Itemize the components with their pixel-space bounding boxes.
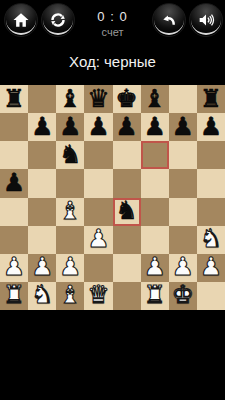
piece-white-k[interactable]: ♚ (172, 282, 194, 307)
piece-white-p[interactable]: ♟ (31, 254, 53, 279)
piece-black-b[interactable]: ♝ (59, 86, 81, 111)
square-h7[interactable]: ♟ (197, 113, 225, 141)
square-a3[interactable] (0, 226, 28, 254)
square-h4[interactable] (197, 198, 225, 226)
undo-button[interactable] (152, 3, 186, 37)
piece-white-p[interactable]: ♟ (59, 254, 81, 279)
piece-white-r[interactable]: ♜ (3, 282, 25, 307)
square-c8[interactable]: ♝ (56, 85, 84, 113)
piece-white-p[interactable]: ♟ (87, 226, 109, 251)
piece-black-p[interactable]: ♟ (3, 170, 25, 195)
square-c5[interactable] (56, 169, 84, 197)
sound-button[interactable] (189, 3, 223, 37)
square-f8[interactable]: ♝ (141, 85, 169, 113)
score-value: 0 : 0 (80, 9, 145, 24)
square-f2[interactable]: ♟ (141, 254, 169, 282)
square-b6[interactable] (28, 141, 56, 169)
square-g5[interactable] (169, 169, 197, 197)
piece-white-q[interactable]: ♛ (87, 282, 109, 307)
piece-black-k[interactable]: ♚ (115, 86, 137, 111)
top-bar: 0 : 0 счет (0, 0, 225, 44)
piece-black-b[interactable]: ♝ (143, 86, 165, 111)
piece-black-p[interactable]: ♟ (31, 114, 53, 139)
square-d3[interactable]: ♟ (84, 226, 112, 254)
square-b4[interactable] (28, 198, 56, 226)
square-e3[interactable] (113, 226, 141, 254)
square-e4[interactable]: ♞ (113, 198, 141, 226)
square-f5[interactable] (141, 169, 169, 197)
piece-white-n[interactable]: ♞ (200, 226, 222, 251)
piece-black-p[interactable]: ♟ (115, 114, 137, 139)
square-h3[interactable]: ♞ (197, 226, 225, 254)
square-b5[interactable] (28, 169, 56, 197)
restart-icon (49, 11, 68, 30)
square-c6[interactable]: ♞ (56, 141, 84, 169)
square-b7[interactable]: ♟ (28, 113, 56, 141)
square-a8[interactable]: ♜ (0, 85, 28, 113)
square-b8[interactable] (28, 85, 56, 113)
home-button[interactable] (4, 3, 38, 37)
square-h1[interactable] (197, 282, 225, 310)
square-h8[interactable]: ♜ (197, 85, 225, 113)
square-a7[interactable] (0, 113, 28, 141)
square-e2[interactable] (113, 254, 141, 282)
square-d2[interactable] (84, 254, 112, 282)
square-f3[interactable] (141, 226, 169, 254)
square-d1[interactable]: ♛ (84, 282, 112, 310)
square-e6[interactable] (113, 141, 141, 169)
square-e7[interactable]: ♟ (113, 113, 141, 141)
square-f1[interactable]: ♜ (141, 282, 169, 310)
square-a4[interactable] (0, 198, 28, 226)
piece-white-p[interactable]: ♟ (143, 254, 165, 279)
home-icon (12, 11, 30, 29)
square-e5[interactable] (113, 169, 141, 197)
square-a2[interactable]: ♟ (0, 254, 28, 282)
piece-black-n[interactable]: ♞ (115, 198, 137, 223)
square-h5[interactable] (197, 169, 225, 197)
square-b3[interactable] (28, 226, 56, 254)
piece-black-p[interactable]: ♟ (172, 114, 194, 139)
square-b2[interactable]: ♟ (28, 254, 56, 282)
square-g8[interactable] (169, 85, 197, 113)
square-d8[interactable]: ♛ (84, 85, 112, 113)
square-a6[interactable] (0, 141, 28, 169)
square-b1[interactable]: ♞ (28, 282, 56, 310)
square-c7[interactable]: ♟ (56, 113, 84, 141)
piece-black-r[interactable]: ♜ (3, 86, 25, 111)
piece-black-r[interactable]: ♜ (200, 86, 222, 111)
square-f7[interactable]: ♟ (141, 113, 169, 141)
square-d6[interactable] (84, 141, 112, 169)
chess-board: ♜♝♛♚♝♜♟♟♟♟♟♟♟♞♟♝♞♟♞♟♟♟♟♟♟♜♞♝♛♜♚ (0, 85, 225, 310)
piece-black-p[interactable]: ♟ (59, 114, 81, 139)
square-f6[interactable] (141, 141, 169, 169)
square-c2[interactable]: ♟ (56, 254, 84, 282)
restart-button[interactable] (41, 3, 75, 37)
piece-white-b[interactable]: ♝ (59, 282, 81, 307)
piece-black-p[interactable]: ♟ (87, 114, 109, 139)
piece-white-p[interactable]: ♟ (200, 254, 222, 279)
turn-indicator: Ход: черные (0, 53, 225, 70)
square-d7[interactable]: ♟ (84, 113, 112, 141)
piece-white-r[interactable]: ♜ (143, 282, 165, 307)
square-c3[interactable] (56, 226, 84, 254)
piece-white-b[interactable]: ♝ (59, 198, 81, 223)
square-g4[interactable] (169, 198, 197, 226)
square-e1[interactable] (113, 282, 141, 310)
score-label: счет (80, 26, 145, 38)
square-e8[interactable]: ♚ (113, 85, 141, 113)
square-g1[interactable]: ♚ (169, 282, 197, 310)
piece-white-n[interactable]: ♞ (31, 282, 53, 307)
piece-white-p[interactable]: ♟ (172, 254, 194, 279)
square-g2[interactable]: ♟ (169, 254, 197, 282)
square-a5[interactable]: ♟ (0, 169, 28, 197)
square-g3[interactable] (169, 226, 197, 254)
square-d5[interactable] (84, 169, 112, 197)
piece-black-n[interactable]: ♞ (59, 142, 81, 167)
piece-black-p[interactable]: ♟ (143, 114, 165, 139)
piece-black-q[interactable]: ♛ (87, 86, 109, 111)
square-f4[interactable] (141, 198, 169, 226)
speaker-icon (197, 11, 216, 30)
score-block: 0 : 0 счет (80, 9, 145, 38)
square-d4[interactable] (84, 198, 112, 226)
square-c1[interactable]: ♝ (56, 282, 84, 310)
piece-white-p[interactable]: ♟ (3, 254, 25, 279)
square-h2[interactable]: ♟ (197, 254, 225, 282)
square-a1[interactable]: ♜ (0, 282, 28, 310)
undo-icon (160, 11, 179, 30)
square-h6[interactable] (197, 141, 225, 169)
piece-black-p[interactable]: ♟ (200, 114, 222, 139)
square-g6[interactable] (169, 141, 197, 169)
square-c4[interactable]: ♝ (56, 198, 84, 226)
square-g7[interactable]: ♟ (169, 113, 197, 141)
